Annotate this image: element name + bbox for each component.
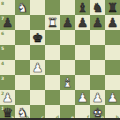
rank-label-3: 3 (1, 76, 4, 81)
square-b6[interactable] (15, 30, 30, 45)
rank-label-8: 8 (1, 1, 4, 6)
rank-label-5: 5 (1, 46, 4, 51)
square-b8[interactable]: ♞ (15, 0, 30, 15)
square-a8[interactable]: 8 (0, 0, 15, 15)
square-e6[interactable] (60, 30, 75, 45)
square-b7[interactable] (15, 15, 30, 30)
black-pawn[interactable]: ♟ (75, 15, 90, 30)
black-king[interactable]: ♚ (30, 30, 45, 45)
square-g5[interactable] (90, 45, 105, 60)
square-a3[interactable]: 3 (0, 75, 15, 90)
black-rook[interactable]: ♜ (105, 0, 120, 15)
square-f8[interactable]: ♝ (75, 0, 90, 15)
square-e5[interactable] (60, 45, 75, 60)
square-g8[interactable]: ♞ (90, 0, 105, 15)
black-knight[interactable]: ♞ (90, 0, 105, 15)
square-g4[interactable] (90, 60, 105, 75)
square-f2[interactable]: ♟ (75, 90, 90, 105)
square-h2[interactable]: ♟ (105, 90, 120, 105)
square-c8[interactable] (30, 0, 45, 15)
square-h3[interactable] (105, 75, 120, 90)
square-e2[interactable] (60, 90, 75, 105)
square-b3[interactable] (15, 75, 30, 90)
square-c6[interactable]: ♚ (30, 30, 45, 45)
square-c3[interactable] (30, 75, 45, 90)
chess-board-wrap: 8♞♝♞♜7♟♜♟♟♟♟6♚54♟3♝2♟♟♟♟1a♛b♞cdefg♚h (0, 0, 120, 120)
square-g3[interactable] (90, 75, 105, 90)
black-bishop[interactable]: ♝ (75, 0, 90, 15)
square-f4[interactable] (75, 60, 90, 75)
rank-label-4: 4 (1, 61, 4, 66)
square-d4[interactable] (45, 60, 60, 75)
square-g2[interactable]: ♟ (90, 90, 105, 105)
square-h7[interactable]: ♟ (105, 15, 120, 30)
black-pawn[interactable]: ♟ (0, 15, 15, 30)
square-f7[interactable]: ♟ (75, 15, 90, 30)
square-c5[interactable] (30, 45, 45, 60)
square-h8[interactable]: ♜ (105, 0, 120, 15)
square-f5[interactable] (75, 45, 90, 60)
chess-board: 8♞♝♞♜7♟♜♟♟♟♟6♚54♟3♝2♟♟♟♟1a♛b♞cdefg♚h (0, 0, 120, 120)
square-h4[interactable] (105, 60, 120, 75)
square-f3[interactable] (75, 75, 90, 90)
square-a6[interactable]: 6 (0, 30, 15, 45)
board-bottom-edge (0, 118, 120, 120)
white-pawn[interactable]: ♟ (90, 90, 105, 105)
black-pawn[interactable]: ♟ (60, 15, 75, 30)
white-pawn[interactable]: ♟ (105, 90, 120, 105)
white-knight[interactable]: ♞ (15, 0, 30, 15)
square-c2[interactable] (30, 90, 45, 105)
square-d3[interactable] (45, 75, 60, 90)
square-d8[interactable] (45, 0, 60, 15)
white-pawn[interactable]: ♟ (75, 90, 90, 105)
square-a4[interactable]: 4 (0, 60, 15, 75)
square-b4[interactable] (15, 60, 30, 75)
square-g6[interactable] (90, 30, 105, 45)
square-b2[interactable] (15, 90, 30, 105)
square-c7[interactable] (30, 15, 45, 30)
square-e7[interactable]: ♟ (60, 15, 75, 30)
square-b5[interactable] (15, 45, 30, 60)
square-c4[interactable]: ♟ (30, 60, 45, 75)
square-a7[interactable]: 7♟ (0, 15, 15, 30)
white-pawn[interactable]: ♟ (0, 90, 15, 105)
rank-label-6: 6 (1, 31, 4, 36)
square-d2[interactable] (45, 90, 60, 105)
square-e3[interactable]: ♝ (60, 75, 75, 90)
black-pawn[interactable]: ♟ (105, 15, 120, 30)
white-bishop[interactable]: ♝ (60, 75, 75, 90)
white-rook[interactable]: ♜ (45, 15, 60, 30)
square-e4[interactable] (60, 60, 75, 75)
square-d5[interactable] (45, 45, 60, 60)
square-e8[interactable] (60, 0, 75, 15)
square-a5[interactable]: 5 (0, 45, 15, 60)
white-pawn[interactable]: ♟ (30, 60, 45, 75)
square-a2[interactable]: 2♟ (0, 90, 15, 105)
black-pawn[interactable]: ♟ (90, 15, 105, 30)
square-d6[interactable] (45, 30, 60, 45)
square-h5[interactable] (105, 45, 120, 60)
square-d7[interactable]: ♜ (45, 15, 60, 30)
square-f6[interactable] (75, 30, 90, 45)
square-h6[interactable] (105, 30, 120, 45)
square-g7[interactable]: ♟ (90, 15, 105, 30)
